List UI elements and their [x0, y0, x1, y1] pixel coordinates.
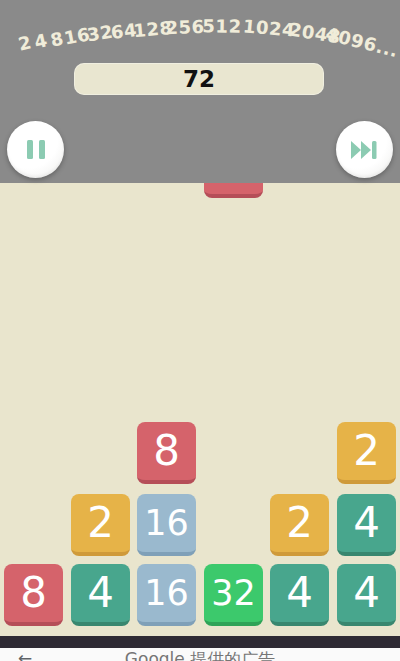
tile-2[interactable]: 2	[337, 422, 396, 484]
pause-icon	[27, 140, 45, 159]
tile-4[interactable]: 4	[71, 564, 130, 626]
ladder-number: 512	[202, 15, 241, 37]
fast-forward-icon	[351, 141, 379, 159]
tile-8[interactable]: 8	[137, 422, 196, 484]
score-value: 72	[183, 68, 215, 91]
ad-label[interactable]: Google 提供的广告	[125, 649, 275, 661]
ladder-number: 256	[165, 16, 205, 38]
ladder-number: 2	[16, 31, 33, 54]
ladder-number: 4096...	[323, 23, 400, 61]
tile-2[interactable]: 2	[270, 494, 329, 556]
score-box: 72	[74, 63, 324, 95]
tile-16[interactable]: 16	[137, 564, 196, 626]
pause-button[interactable]	[7, 121, 64, 178]
bottom-dark-bar	[0, 636, 400, 648]
tile-2[interactable]: 2	[71, 494, 130, 556]
back-arrow-icon[interactable]: ←	[18, 648, 32, 661]
tile-8[interactable]: 8	[4, 564, 63, 626]
tile-4[interactable]: 4	[337, 564, 396, 626]
header: 248163264128256512102420484096... 72	[0, 0, 400, 183]
tile-32[interactable]: 32	[204, 564, 263, 626]
ad-bar: ← Google 提供的广告	[0, 648, 400, 661]
tile-4[interactable]: 4	[270, 564, 329, 626]
skip-button[interactable]	[336, 121, 393, 178]
game-screen: 248163264128256512102420484096... 72 822…	[0, 0, 400, 661]
ladder-number: 4	[32, 29, 49, 52]
tile-16[interactable]: 16	[137, 494, 196, 556]
tile-4[interactable]: 4	[337, 494, 396, 556]
